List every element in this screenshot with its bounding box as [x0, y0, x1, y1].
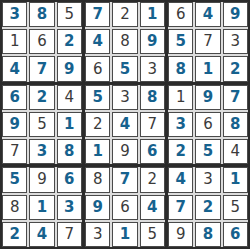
- sudoku-cell-r4c6[interactable]: 8: [140, 85, 165, 110]
- sudoku-cell-r3c2[interactable]: 7: [29, 56, 54, 81]
- sudoku-cell-r8c3[interactable]: 3: [57, 195, 82, 220]
- sudoku-cell-r4c8[interactable]: 9: [195, 85, 220, 110]
- sudoku-cell-r9c7[interactable]: 9: [168, 222, 193, 247]
- sudoku-cell-r3c3[interactable]: 9: [57, 56, 82, 81]
- sudoku-box-4: 624951738: [2, 85, 82, 165]
- sudoku-cell-r2c3[interactable]: 2: [57, 29, 82, 54]
- sudoku-cell-r9c6[interactable]: 5: [140, 222, 165, 247]
- sudoku-cell-r5c5[interactable]: 4: [112, 112, 137, 137]
- sudoku-cell-r1c3[interactable]: 5: [57, 2, 82, 27]
- sudoku-cell-r7c4[interactable]: 8: [85, 167, 110, 192]
- sudoku-cell-r5c2[interactable]: 5: [29, 112, 54, 137]
- sudoku-cell-r7c6[interactable]: 2: [140, 167, 165, 192]
- sudoku-cell-r7c7[interactable]: 4: [168, 167, 193, 192]
- sudoku-cell-r8c7[interactable]: 7: [168, 195, 193, 220]
- sudoku-cell-r5c8[interactable]: 6: [195, 112, 220, 137]
- sudoku-cell-r7c8[interactable]: 3: [195, 167, 220, 192]
- sudoku-cell-r3c7[interactable]: 8: [168, 56, 193, 81]
- sudoku-cell-r2c8[interactable]: 7: [195, 29, 220, 54]
- sudoku-cell-r6c2[interactable]: 3: [29, 139, 54, 164]
- sudoku-cell-r1c5[interactable]: 2: [112, 2, 137, 27]
- sudoku-cell-r8c9[interactable]: 5: [223, 195, 248, 220]
- sudoku-cell-r8c1[interactable]: 8: [2, 195, 27, 220]
- sudoku-cell-r6c3[interactable]: 8: [57, 139, 82, 164]
- sudoku-cell-r9c1[interactable]: 2: [2, 222, 27, 247]
- sudoku-cell-r8c2[interactable]: 1: [29, 195, 54, 220]
- sudoku-cell-r7c9[interactable]: 1: [223, 167, 248, 192]
- sudoku-cell-r3c6[interactable]: 3: [140, 56, 165, 81]
- sudoku-cell-r4c1[interactable]: 6: [2, 85, 27, 110]
- sudoku-cell-r5c7[interactable]: 3: [168, 112, 193, 137]
- sudoku-cell-r7c3[interactable]: 6: [57, 167, 82, 192]
- sudoku-cell-r6c8[interactable]: 5: [195, 139, 220, 164]
- sudoku-cell-r5c9[interactable]: 8: [223, 112, 248, 137]
- sudoku-box-3: 649573812: [168, 2, 248, 82]
- sudoku-cell-r7c5[interactable]: 7: [112, 167, 137, 192]
- sudoku-cell-r1c6[interactable]: 1: [140, 2, 165, 27]
- sudoku-cell-r1c1[interactable]: 3: [2, 2, 27, 27]
- sudoku-cell-r2c4[interactable]: 4: [85, 29, 110, 54]
- sudoku-cell-r8c4[interactable]: 9: [85, 195, 110, 220]
- sudoku-cell-r2c6[interactable]: 9: [140, 29, 165, 54]
- sudoku-cell-r2c1[interactable]: 1: [2, 29, 27, 54]
- sudoku-box-9: 431725986: [168, 167, 248, 247]
- sudoku-cell-r2c7[interactable]: 5: [168, 29, 193, 54]
- sudoku-cell-r4c9[interactable]: 7: [223, 85, 248, 110]
- sudoku-cell-r4c3[interactable]: 4: [57, 85, 82, 110]
- sudoku-cell-r5c6[interactable]: 7: [140, 112, 165, 137]
- sudoku-board: 3851624797214896536495738126249517385382…: [0, 0, 250, 249]
- sudoku-box-6: 197368254: [168, 85, 248, 165]
- sudoku-cell-r4c2[interactable]: 2: [29, 85, 54, 110]
- sudoku-cell-r6c7[interactable]: 2: [168, 139, 193, 164]
- sudoku-cell-r1c9[interactable]: 9: [223, 2, 248, 27]
- sudoku-box-8: 872964315: [85, 167, 165, 247]
- sudoku-cell-r2c5[interactable]: 8: [112, 29, 137, 54]
- sudoku-cell-r9c3[interactable]: 7: [57, 222, 82, 247]
- sudoku-box-5: 538247196: [85, 85, 165, 165]
- sudoku-cell-r7c2[interactable]: 9: [29, 167, 54, 192]
- sudoku-cell-r3c4[interactable]: 6: [85, 56, 110, 81]
- sudoku-cell-r9c8[interactable]: 8: [195, 222, 220, 247]
- sudoku-cell-r3c9[interactable]: 2: [223, 56, 248, 81]
- sudoku-cell-r2c2[interactable]: 6: [29, 29, 54, 54]
- sudoku-cell-r5c4[interactable]: 2: [85, 112, 110, 137]
- sudoku-cell-r9c5[interactable]: 1: [112, 222, 137, 247]
- sudoku-cell-r4c4[interactable]: 5: [85, 85, 110, 110]
- sudoku-cell-r8c6[interactable]: 4: [140, 195, 165, 220]
- sudoku-cell-r6c1[interactable]: 7: [2, 139, 27, 164]
- sudoku-cell-r3c8[interactable]: 1: [195, 56, 220, 81]
- sudoku-cell-r3c5[interactable]: 5: [112, 56, 137, 81]
- sudoku-cell-r3c1[interactable]: 4: [2, 56, 27, 81]
- sudoku-cell-r5c3[interactable]: 1: [57, 112, 82, 137]
- sudoku-cell-r1c2[interactable]: 8: [29, 2, 54, 27]
- sudoku-cell-r1c7[interactable]: 6: [168, 2, 193, 27]
- sudoku-cell-r9c9[interactable]: 6: [223, 222, 248, 247]
- sudoku-cell-r1c8[interactable]: 4: [195, 2, 220, 27]
- sudoku-cell-r6c9[interactable]: 4: [223, 139, 248, 164]
- sudoku-cell-r6c5[interactable]: 9: [112, 139, 137, 164]
- sudoku-cell-r2c9[interactable]: 3: [223, 29, 248, 54]
- sudoku-cell-r1c4[interactable]: 7: [85, 2, 110, 27]
- sudoku-box-1: 385162479: [2, 2, 82, 82]
- sudoku-cell-r9c2[interactable]: 4: [29, 222, 54, 247]
- sudoku-cell-r8c8[interactable]: 2: [195, 195, 220, 220]
- sudoku-box-2: 721489653: [85, 2, 165, 82]
- sudoku-box-7: 596813247: [2, 167, 82, 247]
- sudoku-cell-r8c5[interactable]: 6: [112, 195, 137, 220]
- sudoku-cell-r9c4[interactable]: 3: [85, 222, 110, 247]
- sudoku-cell-r6c4[interactable]: 1: [85, 139, 110, 164]
- sudoku-cell-r5c1[interactable]: 9: [2, 112, 27, 137]
- sudoku-cell-r4c5[interactable]: 3: [112, 85, 137, 110]
- sudoku-cell-r6c6[interactable]: 6: [140, 139, 165, 164]
- sudoku-cell-r7c1[interactable]: 5: [2, 167, 27, 192]
- sudoku-cell-r4c7[interactable]: 1: [168, 85, 193, 110]
